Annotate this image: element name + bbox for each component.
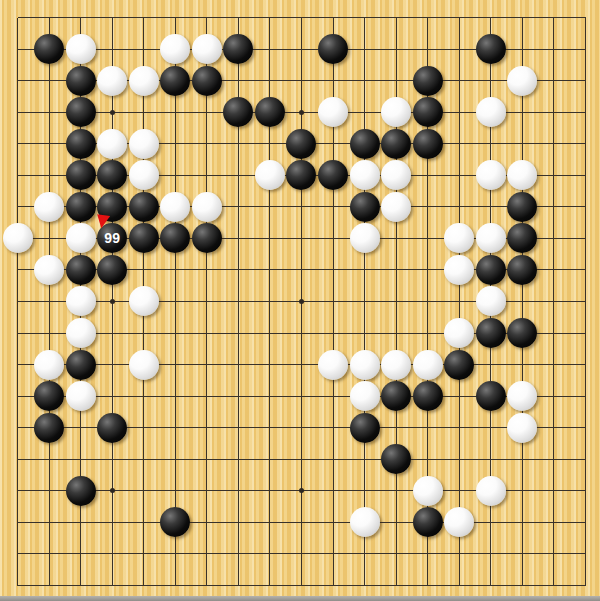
stone-white (97, 66, 127, 96)
stone-white (381, 97, 411, 127)
stone-black (66, 97, 96, 127)
stone-black (381, 444, 411, 474)
grid-line-vertical (17, 18, 18, 587)
stone-black (413, 381, 443, 411)
stone-black (160, 507, 190, 537)
star-point (110, 488, 115, 493)
grid-line-vertical (175, 18, 176, 587)
grid-line-vertical (206, 18, 207, 587)
stone-black (381, 129, 411, 159)
star-point (299, 488, 304, 493)
grid-line-horizontal (18, 17, 587, 18)
stone-white (350, 223, 380, 253)
stone-black (66, 255, 96, 285)
stone-white (413, 476, 443, 506)
stone-white (350, 350, 380, 380)
stone-white (66, 223, 96, 253)
stone-black (476, 255, 506, 285)
stone-black-last-move: 99 (97, 223, 127, 253)
stone-black (476, 381, 506, 411)
stone-black (350, 129, 380, 159)
stone-black (192, 223, 222, 253)
stone-black (66, 129, 96, 159)
stone-black (160, 223, 190, 253)
stone-white (350, 381, 380, 411)
last-move-number: 99 (97, 223, 127, 253)
stone-black (350, 192, 380, 222)
stone-white (160, 34, 190, 64)
stone-black (381, 381, 411, 411)
stone-white (129, 129, 159, 159)
stone-white (129, 350, 159, 380)
stone-black (192, 66, 222, 96)
stone-black (318, 34, 348, 64)
stone-white (444, 318, 474, 348)
grid-line-horizontal (18, 459, 587, 460)
stone-black (286, 129, 316, 159)
stone-white (34, 255, 64, 285)
stone-white (444, 507, 474, 537)
stone-black (66, 350, 96, 380)
stone-white (66, 34, 96, 64)
stone-black (507, 192, 537, 222)
stone-black (413, 97, 443, 127)
stone-black (507, 255, 537, 285)
stone-white (66, 381, 96, 411)
stone-black (413, 129, 443, 159)
grid-line-vertical (364, 18, 365, 587)
stone-black (413, 66, 443, 96)
stone-white (381, 192, 411, 222)
stone-black (476, 318, 506, 348)
stone-white (350, 507, 380, 537)
stone-white (318, 350, 348, 380)
board-bottom-edge (0, 596, 600, 601)
stone-black (129, 192, 159, 222)
stone-white (476, 97, 506, 127)
stone-white (507, 66, 537, 96)
stone-white (476, 223, 506, 253)
stone-black (476, 34, 506, 64)
stone-black (507, 318, 537, 348)
stone-white (413, 350, 443, 380)
grid-line-vertical (49, 18, 50, 587)
stone-white (507, 381, 537, 411)
stone-white (129, 160, 159, 190)
stone-black (318, 160, 348, 190)
stone-black (413, 507, 443, 537)
stone-white (255, 160, 285, 190)
stone-white (34, 350, 64, 380)
stone-black (444, 350, 474, 380)
stone-white (318, 97, 348, 127)
stone-black (255, 97, 285, 127)
grid-line-vertical (553, 18, 554, 587)
stone-black (129, 223, 159, 253)
star-point (299, 110, 304, 115)
star-point (110, 299, 115, 304)
grid-line-vertical (522, 18, 523, 587)
stone-black (66, 66, 96, 96)
stone-white (381, 160, 411, 190)
stone-white (507, 160, 537, 190)
grid-line-vertical (585, 18, 586, 587)
stone-black (97, 413, 127, 443)
stone-black (34, 381, 64, 411)
stone-white (192, 192, 222, 222)
go-board[interactable]: 99 (0, 0, 600, 601)
stone-white (97, 129, 127, 159)
grid-line-vertical (459, 18, 460, 587)
stone-black (160, 66, 190, 96)
stone-white (34, 192, 64, 222)
stone-black (97, 160, 127, 190)
star-point (299, 299, 304, 304)
stone-black (350, 413, 380, 443)
grid-line-horizontal (18, 364, 587, 365)
stone-black (34, 34, 64, 64)
stone-white (476, 476, 506, 506)
stone-white (3, 223, 33, 253)
stone-white (129, 286, 159, 316)
stone-white (160, 192, 190, 222)
stone-white (507, 413, 537, 443)
stone-black (507, 223, 537, 253)
stone-black (223, 97, 253, 127)
stone-black (34, 413, 64, 443)
stone-white (350, 160, 380, 190)
stone-white (66, 286, 96, 316)
stone-white (192, 34, 222, 64)
stone-white (444, 255, 474, 285)
stone-black (97, 255, 127, 285)
stone-black (66, 192, 96, 222)
grid-line-horizontal (18, 553, 587, 554)
grid-line-horizontal (18, 585, 587, 586)
stone-white (381, 350, 411, 380)
stone-black (66, 160, 96, 190)
grid-line-horizontal (18, 522, 587, 523)
stone-white (66, 318, 96, 348)
stone-black (223, 34, 253, 64)
stone-white (476, 160, 506, 190)
stone-white (444, 223, 474, 253)
star-point (110, 110, 115, 115)
stone-white (476, 286, 506, 316)
stone-white (129, 66, 159, 96)
stone-black (286, 160, 316, 190)
stone-black (66, 476, 96, 506)
